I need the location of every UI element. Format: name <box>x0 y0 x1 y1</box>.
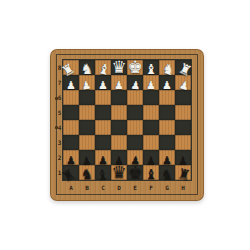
black-knight: ♞ <box>79 167 95 181</box>
square-d4 <box>111 120 127 135</box>
square-a4 <box>63 120 79 135</box>
square-h8: ♜ <box>175 60 191 75</box>
square-g2: ♟ <box>159 150 175 165</box>
square-e6 <box>127 90 143 105</box>
file-label-d: D <box>111 181 127 193</box>
file-label-g: G <box>159 181 175 193</box>
rank-label-2: 2 <box>56 150 63 165</box>
square-f3 <box>143 135 159 150</box>
black-pawn: ♟ <box>95 155 111 166</box>
chess-board: 87654321 ♜♞♝♛♚♝♞♜♟♟♟♟♟♟♟♟♟♟♟♟♟♟♟♟♜♞♝♛♚♝♞… <box>50 49 204 201</box>
rank-label-6: 6 <box>56 90 63 105</box>
black-pawn: ♟ <box>159 155 175 166</box>
white-knight: ♞ <box>79 62 95 76</box>
square-h2: ♟ <box>175 150 191 165</box>
square-f2: ♟ <box>143 150 159 165</box>
square-h5 <box>175 105 191 120</box>
square-d8: ♛ <box>111 60 127 75</box>
file-label-b: B <box>79 181 95 193</box>
white-pawn: ♟ <box>159 80 175 91</box>
square-a5 <box>63 105 79 120</box>
white-pawn: ♟ <box>63 80 79 91</box>
black-king: ♚ <box>127 164 143 181</box>
file-labels: ABCDEFGH <box>63 181 191 193</box>
black-knight: ♞ <box>159 167 175 181</box>
square-d3 <box>111 135 127 150</box>
square-f7: ♟ <box>143 75 159 90</box>
square-h3 <box>175 135 191 150</box>
square-g3 <box>159 135 175 150</box>
board-grid: ♜♞♝♛♚♝♞♜♟♟♟♟♟♟♟♟♟♟♟♟♟♟♟♟♜♞♝♛♚♝♞♜ <box>63 60 191 180</box>
rank-labels: 87654321 <box>56 60 63 180</box>
black-bishop: ♝ <box>143 167 159 181</box>
rank-label-5: 5 <box>56 105 63 120</box>
square-b8: ♞ <box>79 60 95 75</box>
square-d1: ♛ <box>111 165 127 180</box>
white-pawn: ♟ <box>127 79 144 92</box>
square-b7: ♟ <box>79 75 95 90</box>
square-g5 <box>159 105 175 120</box>
square-d5 <box>111 105 127 120</box>
square-b5 <box>79 105 95 120</box>
square-e3 <box>127 135 143 150</box>
file-label-e: E <box>127 181 143 193</box>
white-pawn: ♟ <box>143 80 159 91</box>
square-a2: ♟ <box>63 150 79 165</box>
square-f1: ♝ <box>143 165 159 180</box>
square-c2: ♟ <box>95 150 111 165</box>
square-a6 <box>63 90 79 105</box>
square-f4 <box>143 120 159 135</box>
file-label-c: C <box>95 181 111 193</box>
square-b2: ♟ <box>79 150 95 165</box>
rank-label-7: 7 <box>56 75 63 90</box>
file-label-f: F <box>143 181 159 193</box>
square-e4 <box>127 120 143 135</box>
square-e8: ♚ <box>127 60 143 75</box>
square-e5 <box>127 105 143 120</box>
black-pawn: ♟ <box>78 154 95 166</box>
square-f5 <box>143 105 159 120</box>
square-h1: ♜ <box>175 165 191 180</box>
white-pawn: ♟ <box>78 79 95 92</box>
square-f6 <box>143 90 159 105</box>
square-c4 <box>95 120 111 135</box>
square-e7: ♟ <box>127 75 143 90</box>
square-d6 <box>111 90 127 105</box>
square-g4 <box>159 120 175 135</box>
square-c5 <box>95 105 111 120</box>
square-b4 <box>79 120 95 135</box>
square-d7: ♟ <box>111 75 127 90</box>
product-photo: 87654321 ♜♞♝♛♚♝♞♜♟♟♟♟♟♟♟♟♟♟♟♟♟♟♟♟♜♞♝♛♚♝♞… <box>0 0 250 250</box>
white-queen: ♛ <box>111 59 127 76</box>
square-f8: ♝ <box>143 60 159 75</box>
black-queen: ♛ <box>111 164 127 181</box>
black-rook: ♜ <box>175 166 194 183</box>
square-g8: ♞ <box>159 60 175 75</box>
white-pawn: ♟ <box>111 80 127 91</box>
black-pawn: ♟ <box>175 155 191 166</box>
square-c3 <box>95 135 111 150</box>
white-bishop: ♝ <box>143 62 159 76</box>
rank-label-4: 4 <box>56 120 63 135</box>
square-c1: ♝ <box>95 165 111 180</box>
rank-label-3: 3 <box>56 135 63 150</box>
square-h4 <box>175 120 191 135</box>
white-pawn: ♟ <box>95 80 111 91</box>
square-e1: ♚ <box>127 165 143 180</box>
black-bishop: ♝ <box>94 166 111 182</box>
square-g6 <box>159 90 175 105</box>
square-c8: ♝ <box>95 60 111 75</box>
square-b3 <box>79 135 95 150</box>
square-g1: ♞ <box>159 165 175 180</box>
square-a3 <box>63 135 79 150</box>
black-pawn: ♟ <box>143 155 159 166</box>
square-a1: ♜ <box>63 165 79 180</box>
square-a8: ♜ <box>63 60 79 75</box>
file-label-h: H <box>175 181 191 193</box>
square-c6 <box>95 90 111 105</box>
square-b1: ♞ <box>79 165 95 180</box>
white-king: ♚ <box>127 59 143 76</box>
